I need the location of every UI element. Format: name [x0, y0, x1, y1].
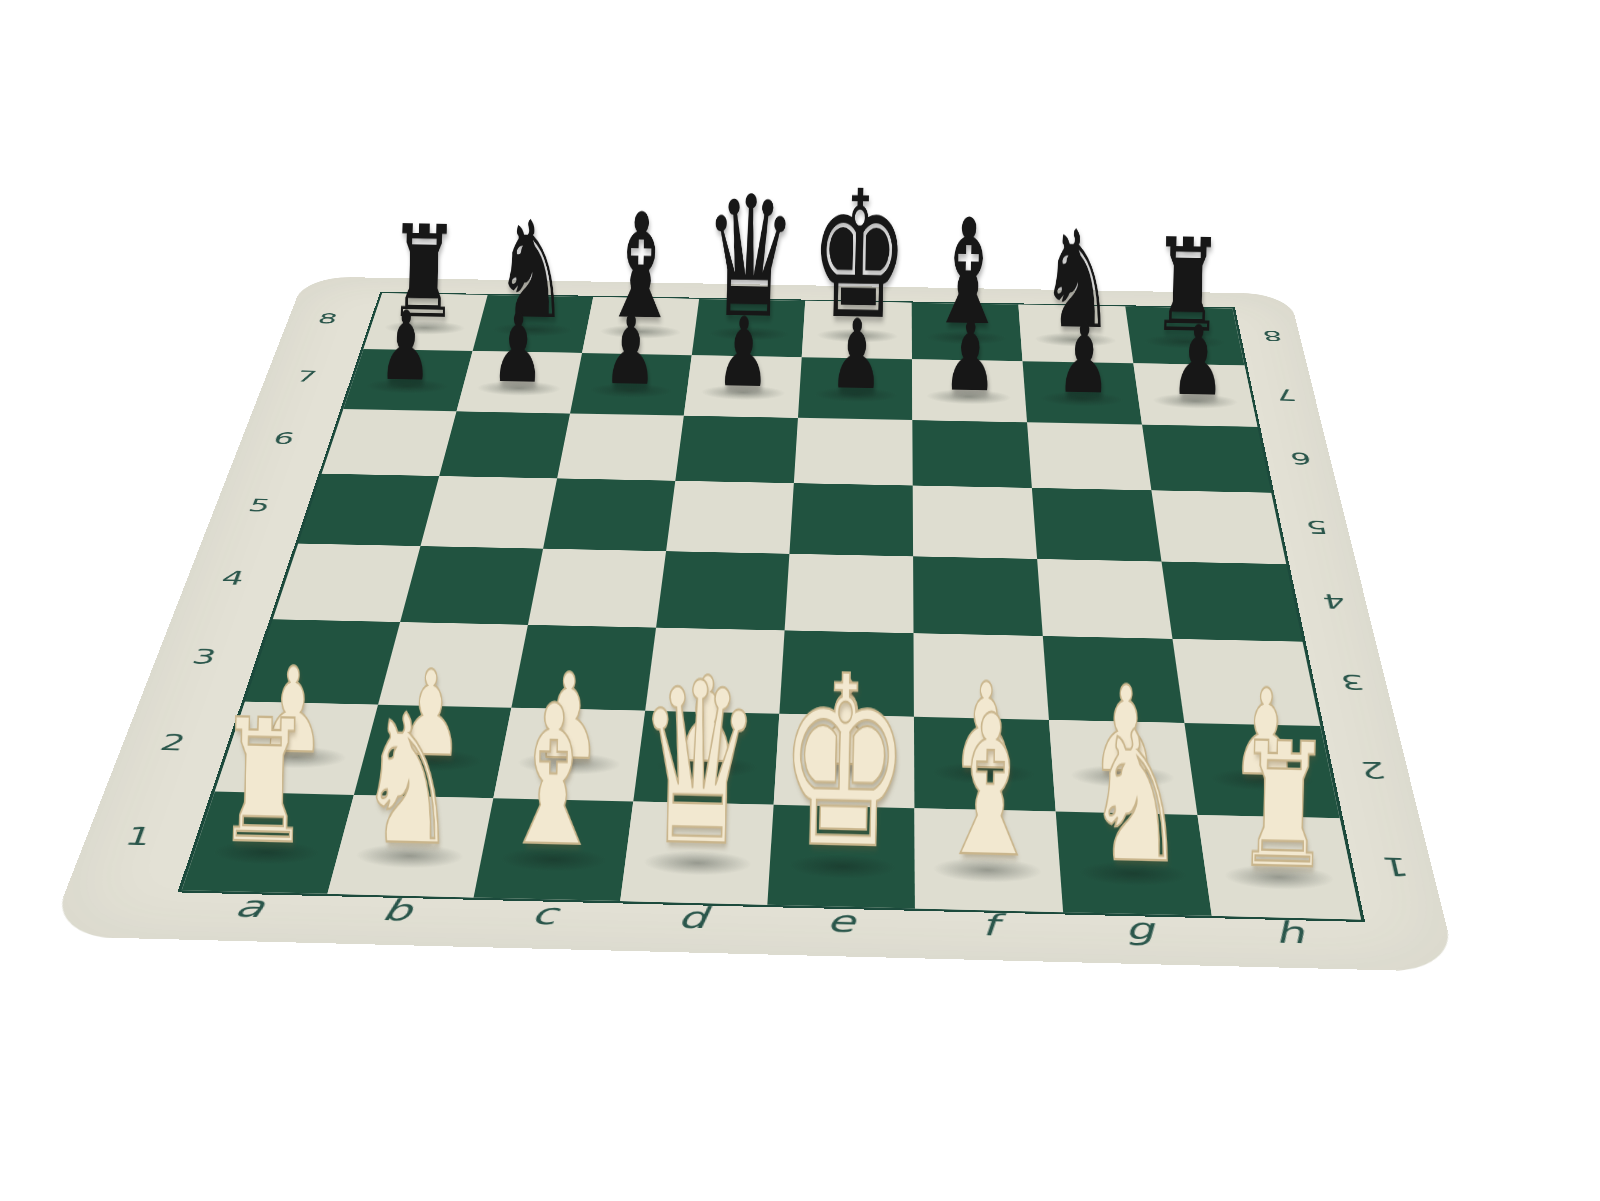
square-d7[interactable]: ♟	[684, 355, 802, 418]
piece-white-knight-b1[interactable]: ♞	[357, 691, 459, 871]
board-perspective-wrapper: ♜♞♝♛♚♝♞♜♟♟♟♟♟♟♟♟♟♟♟♟♟♟♟♟♜♞♝♛♚♝♞♜ 8765432…	[195, 0, 1355, 1155]
square-d4[interactable]	[656, 551, 789, 630]
square-a5[interactable]	[298, 474, 439, 546]
square-b7[interactable]: ♟	[457, 351, 583, 413]
square-f7[interactable]: ♟	[912, 359, 1027, 422]
square-e1[interactable]: ♚	[767, 805, 915, 909]
square-b6[interactable]	[439, 411, 570, 478]
square-d1[interactable]: ♛	[620, 802, 773, 905]
piece-white-bishop-c1[interactable]: ♝	[498, 679, 609, 875]
square-e6[interactable]	[794, 418, 913, 486]
square-c6[interactable]	[557, 413, 684, 480]
square-f5[interactable]	[913, 486, 1037, 559]
square-g7[interactable]: ♟	[1023, 361, 1142, 424]
rank-label-left-4: 4	[187, 540, 277, 617]
square-g6[interactable]	[1027, 422, 1151, 490]
vinyl-chess-mat: ♜♞♝♛♚♝♞♜♟♟♟♟♟♟♟♟♟♟♟♟♟♟♟♟♜♞♝♛♚♝♞♜ 8765432…	[48, 276, 1458, 972]
square-d5[interactable]	[666, 481, 794, 554]
rank-label-right-1: 1	[1348, 816, 1444, 919]
square-h1[interactable]: ♜	[1197, 815, 1360, 920]
piece-black-pawn-b7[interactable]: ♟	[490, 301, 545, 398]
square-b5[interactable]	[420, 476, 557, 549]
piece-black-pawn-d7[interactable]: ♟	[716, 305, 771, 402]
piece-white-rook-a1[interactable]: ♜	[215, 696, 312, 868]
piece-black-pawn-h7[interactable]: ♟	[1170, 313, 1226, 410]
square-g5[interactable]	[1032, 488, 1162, 562]
square-g1[interactable]: ♞	[1056, 812, 1212, 916]
square-f6[interactable]	[912, 420, 1032, 488]
square-a6[interactable]	[322, 409, 457, 476]
square-e7[interactable]: ♟	[798, 357, 912, 420]
square-a7[interactable]: ♟	[343, 349, 472, 411]
piece-black-pawn-a7[interactable]: ♟	[378, 299, 433, 395]
square-c4[interactable]	[528, 549, 666, 628]
square-g4[interactable]	[1037, 559, 1172, 639]
square-h7[interactable]: ♟	[1133, 363, 1257, 426]
square-e5[interactable]	[789, 483, 913, 556]
piece-black-pawn-f7[interactable]: ♟	[942, 309, 997, 406]
rank-label-left-8: 8	[290, 291, 364, 348]
piece-white-bishop-f1[interactable]: ♝	[934, 689, 1046, 886]
square-h5[interactable]	[1151, 490, 1286, 564]
piece-black-pawn-g7[interactable]: ♟	[1056, 311, 1112, 408]
square-d6[interactable]	[675, 416, 798, 484]
rank-label-right-2: 2	[1329, 724, 1420, 818]
square-h6[interactable]	[1142, 424, 1271, 492]
rank-label-right-8: 8	[1239, 307, 1307, 365]
square-f1[interactable]: ♝	[914, 808, 1063, 912]
square-f4[interactable]	[913, 556, 1043, 636]
square-c1[interactable]: ♝	[474, 798, 634, 901]
photo-background: ♜♞♝♛♚♝♞♜♟♟♟♟♟♟♟♟♟♟♟♟♟♟♟♟♜♞♝♛♚♝♞♜ 8765432…	[0, 0, 1600, 1201]
piece-black-pawn-e7[interactable]: ♟	[829, 307, 884, 404]
chess-board: ♜♞♝♛♚♝♞♜♟♟♟♟♟♟♟♟♟♟♟♟♟♟♟♟♜♞♝♛♚♝♞♜	[177, 292, 1365, 922]
square-b4[interactable]	[400, 546, 543, 625]
rank-label-right-7: 7	[1251, 364, 1322, 426]
piece-white-rook-h1[interactable]: ♜	[1234, 719, 1333, 893]
rank-label-left-5: 5	[216, 471, 301, 542]
square-c5[interactable]	[543, 478, 675, 551]
square-a4[interactable]	[273, 544, 421, 623]
square-c7[interactable]: ♟	[570, 353, 692, 415]
piece-white-king-e1[interactable]: ♚	[777, 644, 913, 882]
square-h4[interactable]	[1162, 562, 1303, 642]
square-e4[interactable]	[785, 554, 914, 633]
rank-label-left-6: 6	[243, 406, 324, 472]
square-a1[interactable]: ♜	[182, 792, 354, 894]
piece-white-queen-d1[interactable]: ♛	[634, 653, 762, 879]
piece-black-pawn-c7[interactable]: ♟	[603, 303, 658, 400]
square-b1[interactable]: ♞	[327, 795, 493, 898]
rank-label-left-7: 7	[267, 346, 344, 407]
rank-label-left-1: 1	[84, 787, 191, 887]
rank-label-right-4: 4	[1294, 563, 1376, 642]
piece-white-knight-g1[interactable]: ♞	[1085, 707, 1189, 889]
rank-label-right-6: 6	[1265, 425, 1339, 492]
rank-label-right-5: 5	[1279, 491, 1357, 564]
rank-label-left-2: 2	[122, 698, 222, 789]
